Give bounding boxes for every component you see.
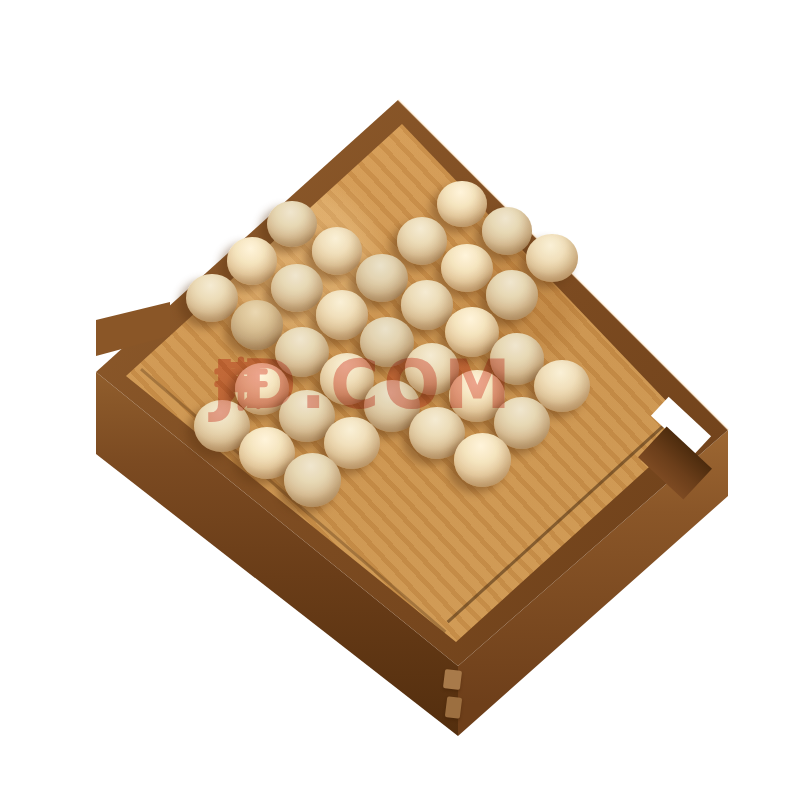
cjk-dong-glyph [212,356,270,414]
peg-ball[interactable] [454,433,511,487]
peg-ball[interactable] [534,360,589,412]
peg-ball[interactable] [316,290,369,339]
watermark: JD.COM [212,346,515,424]
peg-ball[interactable] [441,244,493,293]
peg-ball[interactable] [482,207,533,255]
peg-ball[interactable] [284,453,341,507]
peg-ball[interactable] [312,227,363,275]
peg-ball[interactable] [271,264,323,313]
peg-ball[interactable] [267,201,317,248]
peg-ball[interactable] [486,270,539,319]
peg-ball[interactable] [437,181,487,228]
product-photo: JD.COM [0,0,800,800]
peg-ball[interactable] [397,217,448,265]
peg-ball[interactable] [231,300,284,349]
peg-ball[interactable] [526,234,578,283]
peg-ball[interactable] [186,274,238,323]
peg-ball[interactable] [356,254,408,303]
peg-ball[interactable] [227,237,278,285]
peg-ball[interactable] [401,280,454,329]
